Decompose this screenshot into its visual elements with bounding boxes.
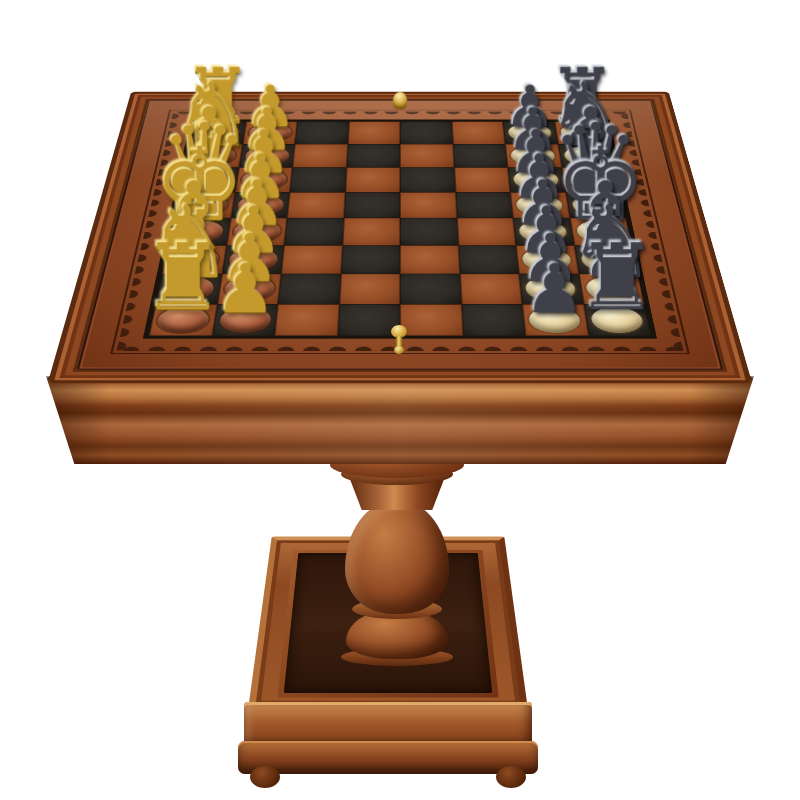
- white-pawn[interactable]: ♟: [174, 175, 316, 320]
- base-lower-plinth: [238, 741, 538, 774]
- cell-g5: [400, 274, 461, 304]
- black-rook-glyph: ♜: [575, 235, 658, 320]
- column-vase: [345, 500, 449, 614]
- chess-table-photo: ♜♟♟♜♞♟♟♞♝♟♟♝♛♟♟♛♚♟♟♚♝♟♟♝♞♟♟♞♜♟♟♜: [0, 0, 800, 800]
- cell-h5: [400, 304, 463, 336]
- brass-knob-near-drop: [394, 346, 404, 354]
- bun-foot-right: [496, 766, 526, 788]
- cell-e4: [342, 218, 400, 245]
- cell-h8: ♜: [583, 304, 651, 336]
- cell-g4: [339, 274, 400, 304]
- black-rook[interactable]: ♜: [545, 175, 687, 320]
- bun-foot-left: [250, 766, 280, 788]
- cell-f5: [400, 245, 459, 274]
- table-apron: [46, 376, 754, 464]
- base-upper-plinth: [244, 702, 532, 746]
- cell-h2: ♟: [212, 304, 278, 336]
- cell-e5: [400, 218, 458, 245]
- white-pawn-glyph: ♟: [215, 257, 276, 319]
- cell-f4: [341, 245, 400, 274]
